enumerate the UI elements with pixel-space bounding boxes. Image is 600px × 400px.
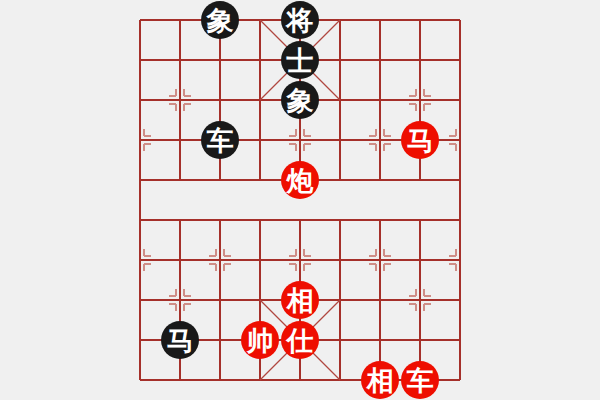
piece-black-horse[interactable]: 马 [161,321,199,359]
piece-black-elephant[interactable]: 象 [201,1,239,39]
piece-red-elephant[interactable]: 相 [281,281,319,319]
xiangqi-app: 象将士象车马炮相马帅仕相车 [0,0,600,400]
piece-black-advisor[interactable]: 士 [281,41,319,79]
piece-red-general[interactable]: 帅 [241,321,279,359]
piece-black-chariot[interactable]: 车 [201,121,239,159]
piece-red-horse[interactable]: 马 [401,121,439,159]
piece-red-chariot[interactable]: 车 [401,361,439,399]
piece-black-general[interactable]: 将 [281,1,319,39]
piece-red-elephant[interactable]: 相 [361,361,399,399]
piece-black-elephant[interactable]: 象 [281,81,319,119]
xiangqi-board[interactable]: 象将士象车马炮相马帅仕相车 [140,20,460,380]
piece-red-cannon[interactable]: 炮 [281,161,319,199]
piece-red-advisor[interactable]: 仕 [281,321,319,359]
